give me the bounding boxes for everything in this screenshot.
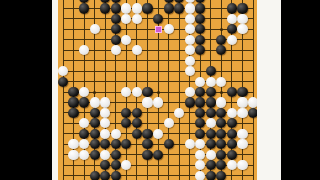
black-stone <box>58 77 68 87</box>
white-stone <box>237 129 247 139</box>
white-stone <box>206 77 216 87</box>
black-stone <box>100 171 110 180</box>
black-stone <box>79 97 89 107</box>
black-stone <box>111 24 121 34</box>
white-stone <box>237 160 247 170</box>
black-stone <box>206 108 216 118</box>
white-stone <box>121 3 131 13</box>
black-stone <box>206 97 216 107</box>
white-stone <box>79 45 89 55</box>
black-stone <box>153 14 163 24</box>
hoshi-point <box>220 91 223 94</box>
white-stone <box>132 45 142 55</box>
black-stone <box>142 150 152 160</box>
black-stone <box>237 87 247 97</box>
white-stone <box>100 108 110 118</box>
grid-line <box>63 8 254 9</box>
photo-frame <box>52 0 281 180</box>
white-stone <box>195 139 205 149</box>
white-stone <box>111 129 121 139</box>
white-stone <box>185 35 195 45</box>
white-stone <box>237 108 247 118</box>
hoshi-point <box>220 28 223 31</box>
black-stone <box>206 66 216 76</box>
white-stone <box>90 97 100 107</box>
white-stone <box>164 118 174 128</box>
white-stone <box>121 160 131 170</box>
black-stone <box>164 139 174 149</box>
black-stone <box>142 129 152 139</box>
go-board <box>58 0 257 180</box>
black-stone <box>185 97 195 107</box>
white-stone <box>100 129 110 139</box>
black-stone <box>216 118 226 128</box>
black-stone <box>216 129 226 139</box>
black-stone <box>237 3 247 13</box>
hoshi-point <box>157 91 160 94</box>
black-stone <box>68 108 78 118</box>
grid-line <box>179 0 180 180</box>
black-stone <box>111 139 121 149</box>
black-stone <box>121 139 131 149</box>
black-stone <box>216 35 226 45</box>
black-stone <box>216 139 226 149</box>
black-stone <box>195 45 205 55</box>
white-stone <box>132 3 142 13</box>
white-stone <box>79 139 89 149</box>
white-stone <box>227 160 237 170</box>
last-move-marker <box>155 26 162 33</box>
black-stone <box>206 171 216 180</box>
black-stone <box>227 87 237 97</box>
white-stone <box>237 14 247 24</box>
white-stone <box>79 118 89 128</box>
white-stone <box>132 87 142 97</box>
white-stone <box>227 108 237 118</box>
white-stone <box>185 14 195 24</box>
black-stone <box>216 160 226 170</box>
black-stone <box>227 139 237 149</box>
black-stone <box>90 129 100 139</box>
white-stone <box>111 45 121 55</box>
black-stone <box>68 87 78 97</box>
black-stone <box>227 129 237 139</box>
black-stone <box>79 3 89 13</box>
black-stone <box>227 24 237 34</box>
black-stone <box>132 108 142 118</box>
white-stone <box>68 150 78 160</box>
white-stone <box>185 45 195 55</box>
black-stone <box>206 139 216 149</box>
black-stone <box>90 108 100 118</box>
white-stone <box>206 118 216 128</box>
black-stone <box>216 108 226 118</box>
white-stone <box>121 87 131 97</box>
white-stone <box>216 97 226 107</box>
white-stone <box>216 77 226 87</box>
white-stone <box>195 150 205 160</box>
black-stone <box>111 3 121 13</box>
white-stone <box>153 97 163 107</box>
white-stone <box>58 66 68 76</box>
black-stone <box>195 24 205 34</box>
white-stone <box>185 139 195 149</box>
white-stone <box>185 24 195 34</box>
white-stone <box>195 160 205 170</box>
black-stone <box>195 35 205 45</box>
black-stone <box>100 160 110 170</box>
black-stone <box>142 3 152 13</box>
white-stone <box>79 87 89 97</box>
white-stone <box>100 118 110 128</box>
black-stone <box>90 150 100 160</box>
black-stone <box>164 3 174 13</box>
white-stone <box>185 3 195 13</box>
white-stone <box>153 129 163 139</box>
black-stone <box>195 3 205 13</box>
white-stone <box>164 24 174 34</box>
black-stone <box>90 139 100 149</box>
white-stone <box>237 24 247 34</box>
grid-line <box>63 0 64 180</box>
black-stone <box>68 97 78 107</box>
black-stone <box>90 171 100 180</box>
black-stone <box>111 171 121 180</box>
black-stone <box>174 3 184 13</box>
black-stone <box>100 3 110 13</box>
black-stone <box>142 87 152 97</box>
white-stone <box>185 56 195 66</box>
black-stone <box>79 129 89 139</box>
black-stone <box>132 129 142 139</box>
white-stone <box>121 35 131 45</box>
black-stone <box>90 118 100 128</box>
black-stone <box>227 118 237 128</box>
black-stone <box>195 14 205 24</box>
white-stone <box>185 87 195 97</box>
black-stone <box>132 118 142 128</box>
white-stone <box>185 66 195 76</box>
black-stone <box>206 160 216 170</box>
black-stone <box>195 97 205 107</box>
white-stone <box>142 97 152 107</box>
black-stone <box>206 87 216 97</box>
thumbnail-stage <box>0 0 320 180</box>
black-stone <box>111 14 121 24</box>
black-stone <box>195 118 205 128</box>
white-stone <box>79 150 89 160</box>
white-stone <box>121 14 131 24</box>
black-stone <box>111 160 121 170</box>
black-stone <box>216 150 226 160</box>
white-stone <box>195 171 205 180</box>
white-stone <box>237 97 247 107</box>
black-stone <box>195 87 205 97</box>
black-stone <box>195 108 205 118</box>
white-stone <box>227 35 237 45</box>
black-stone <box>216 171 226 180</box>
black-stone <box>121 108 131 118</box>
white-stone <box>206 150 216 160</box>
black-stone <box>248 108 257 118</box>
black-stone <box>100 139 110 149</box>
black-stone <box>195 129 205 139</box>
hoshi-point <box>93 91 96 94</box>
black-stone <box>206 129 216 139</box>
black-stone <box>227 3 237 13</box>
grid-line <box>63 60 254 61</box>
black-stone <box>153 150 163 160</box>
white-stone <box>100 97 110 107</box>
white-stone <box>195 77 205 87</box>
grid-line <box>63 71 254 72</box>
black-stone <box>227 150 237 160</box>
white-stone <box>90 24 100 34</box>
white-stone <box>132 14 142 24</box>
grid-line <box>253 0 254 180</box>
white-stone <box>68 139 78 149</box>
black-stone <box>121 118 131 128</box>
black-stone <box>111 150 121 160</box>
black-stone <box>142 139 152 149</box>
white-stone <box>248 97 257 107</box>
white-stone <box>227 14 237 24</box>
white-stone <box>237 139 247 149</box>
black-stone <box>111 35 121 45</box>
white-stone <box>100 150 110 160</box>
black-stone <box>216 45 226 55</box>
white-stone <box>174 108 184 118</box>
